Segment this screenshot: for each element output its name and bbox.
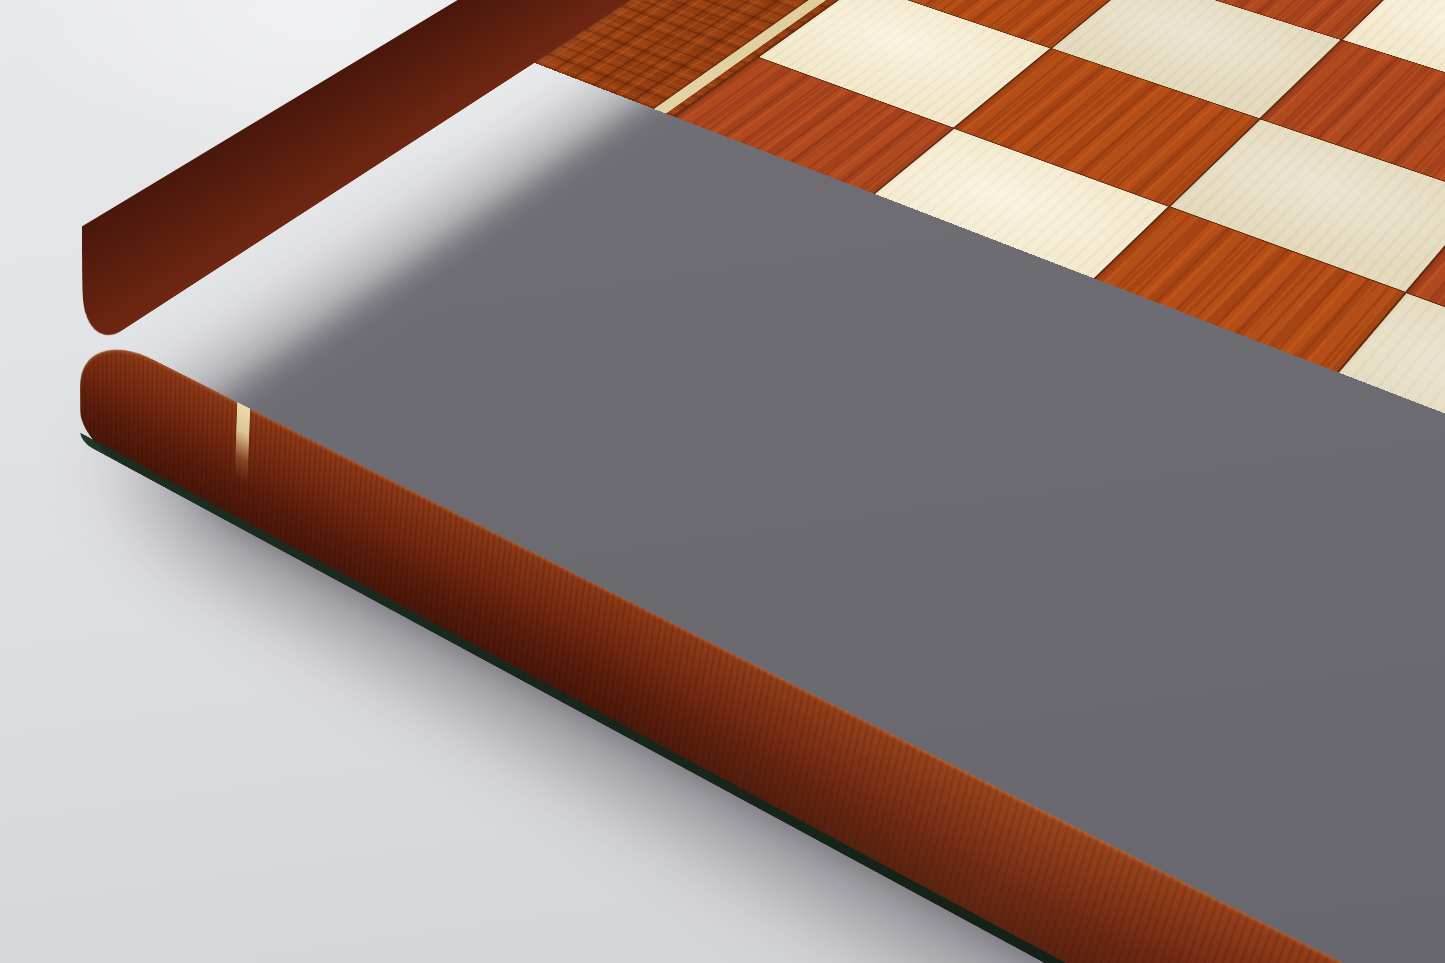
photo-scene	[0, 0, 1445, 963]
square-d1	[1092, 524, 1445, 802]
square-c1	[827, 415, 1208, 662]
inlay-end-grain-stripe	[235, 402, 251, 483]
chessboard	[108, 0, 1445, 963]
square-b1	[591, 317, 953, 537]
square-d2	[1210, 402, 1445, 645]
square-e1	[1392, 647, 1445, 963]
